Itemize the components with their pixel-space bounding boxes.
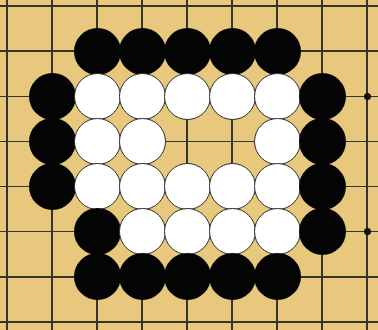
grid-line-horizontal [0,5,378,7]
white-stone-glyph: ○ [87,175,108,199]
white-stone: ○ [254,208,301,255]
black-stone-glyph: ● [312,84,333,108]
black-stone: ● [74,253,121,300]
black-stone: ● [254,28,301,75]
white-stone: ○ [119,118,166,165]
white-stone: ○ [209,73,256,120]
black-stone-glyph: ● [87,220,108,244]
black-stone-glyph: ● [132,39,153,63]
black-stone: ● [29,73,76,120]
white-stone-glyph: ○ [222,84,243,108]
black-stone: ● [299,208,346,255]
black-stone-glyph: ● [312,129,333,153]
black-stone-glyph: ● [42,175,63,199]
black-stone: ● [119,28,166,75]
black-stone: ● [299,118,346,165]
black-stone-glyph: ● [177,265,198,289]
white-stone: ○ [74,118,121,165]
white-stone: ○ [209,163,256,210]
black-stone: ● [209,28,256,75]
white-stone: ○ [254,73,301,120]
white-stone: ○ [164,73,211,120]
star-point [364,228,371,235]
black-stone-glyph: ● [177,39,198,63]
black-stone-glyph: ● [42,129,63,153]
white-stone-glyph: ○ [267,220,288,244]
white-stone-glyph: ○ [267,84,288,108]
black-stone-glyph: ● [222,265,243,289]
white-stone-glyph: ○ [222,175,243,199]
black-stone: ● [119,253,166,300]
white-stone-glyph: ○ [267,175,288,199]
black-stone-glyph: ● [42,84,63,108]
white-stone-glyph: ○ [132,84,153,108]
black-stone-glyph: ● [87,39,108,63]
white-stone-glyph: ○ [132,129,153,153]
white-stone: ○ [254,118,301,165]
white-stone-glyph: ○ [132,220,153,244]
white-stone: ○ [254,163,301,210]
black-stone: ● [74,28,121,75]
black-stone: ● [164,28,211,75]
white-stone-glyph: ○ [222,220,243,244]
white-stone: ○ [119,73,166,120]
white-stone: ○ [164,163,211,210]
black-stone-glyph: ● [267,265,288,289]
black-stone: ● [209,253,256,300]
white-stone-glyph: ○ [177,84,198,108]
white-stone: ○ [164,208,211,255]
white-stone-glyph: ○ [177,220,198,244]
black-stone-glyph: ● [312,220,333,244]
black-stone-glyph: ● [87,265,108,289]
go-board[interactable]: ●●●●●●○○○○○●●○○○●●○○○○○●●○○○○●●●●●● [0,0,378,330]
black-stone-glyph: ● [222,39,243,63]
black-stone-glyph: ● [267,39,288,63]
black-stone-glyph: ● [132,265,153,289]
white-stone-glyph: ○ [87,84,108,108]
white-stone-glyph: ○ [177,175,198,199]
black-stone: ● [29,118,76,165]
white-stone-glyph: ○ [267,129,288,153]
white-stone-glyph: ○ [87,129,108,153]
star-point [364,93,371,100]
white-stone: ○ [74,163,121,210]
grid-line-horizontal [0,321,378,323]
black-stone: ● [299,73,346,120]
white-stone: ○ [209,208,256,255]
white-stone: ○ [119,208,166,255]
white-stone-glyph: ○ [132,175,153,199]
black-stone: ● [164,253,211,300]
black-stone-glyph: ● [312,175,333,199]
black-stone: ● [299,163,346,210]
black-stone: ● [29,163,76,210]
black-stone: ● [254,253,301,300]
black-stone: ● [74,208,121,255]
white-stone: ○ [74,73,121,120]
white-stone: ○ [119,163,166,210]
